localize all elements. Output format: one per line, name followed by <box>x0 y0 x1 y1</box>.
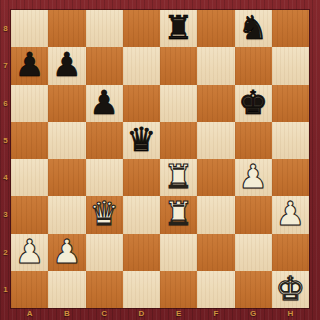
square-g7[interactable] <box>235 47 272 84</box>
file-label-e: E <box>160 307 197 320</box>
square-b5[interactable] <box>48 122 85 159</box>
square-f6[interactable] <box>197 85 234 122</box>
square-f8[interactable] <box>197 10 234 47</box>
rank-label-8: 8 <box>0 10 11 47</box>
square-b1[interactable] <box>48 271 85 308</box>
square-h6[interactable] <box>272 85 309 122</box>
square-h2[interactable] <box>272 234 309 271</box>
square-g5[interactable] <box>235 122 272 159</box>
square-h1[interactable]: ♚ <box>272 271 309 308</box>
square-b2[interactable]: ♟ <box>48 234 85 271</box>
square-e1[interactable] <box>160 271 197 308</box>
square-f7[interactable] <box>197 47 234 84</box>
file-label-d: D <box>123 307 160 320</box>
square-f2[interactable] <box>197 234 234 271</box>
square-c1[interactable] <box>86 271 123 308</box>
square-d6[interactable] <box>123 85 160 122</box>
square-a7[interactable]: ♟ <box>11 47 48 84</box>
square-f1[interactable] <box>197 271 234 308</box>
piece-white-pawn[interactable]: ♟ <box>52 235 82 268</box>
file-labels: ABCDEFGH <box>11 307 309 320</box>
piece-black-rook[interactable]: ♜ <box>164 11 194 44</box>
square-d8[interactable] <box>123 10 160 47</box>
square-d4[interactable] <box>123 159 160 196</box>
square-c4[interactable] <box>86 159 123 196</box>
piece-white-rook[interactable]: ♜ <box>164 160 194 193</box>
file-label-f: F <box>197 307 234 320</box>
square-c6[interactable]: ♟ <box>86 85 123 122</box>
piece-white-pawn[interactable]: ♟ <box>15 235 45 268</box>
piece-white-pawn[interactable]: ♟ <box>238 160 268 193</box>
square-e4[interactable]: ♜ <box>160 159 197 196</box>
square-a3[interactable] <box>11 196 48 233</box>
square-a5[interactable] <box>11 122 48 159</box>
square-e5[interactable] <box>160 122 197 159</box>
square-h8[interactable] <box>272 10 309 47</box>
piece-black-pawn[interactable]: ♟ <box>52 48 82 81</box>
piece-white-rook[interactable]: ♜ <box>164 197 194 230</box>
square-c7[interactable] <box>86 47 123 84</box>
file-label-c: C <box>86 307 123 320</box>
square-g3[interactable] <box>235 196 272 233</box>
square-f4[interactable] <box>197 159 234 196</box>
rank-label-2: 2 <box>0 234 11 271</box>
chess-board-frame: 87654321 ♜♞♟♟♟♚♛♜♟♛♜♟♟♟♚ ABCDEFGH <box>0 0 320 320</box>
file-label-h: H <box>272 307 309 320</box>
piece-black-pawn[interactable]: ♟ <box>89 86 119 119</box>
rank-label-5: 5 <box>0 122 11 159</box>
square-h4[interactable] <box>272 159 309 196</box>
square-c5[interactable] <box>86 122 123 159</box>
rank-label-1: 1 <box>0 271 11 308</box>
piece-black-pawn[interactable]: ♟ <box>15 48 45 81</box>
square-e8[interactable]: ♜ <box>160 10 197 47</box>
piece-white-king[interactable]: ♚ <box>276 272 306 305</box>
rank-label-3: 3 <box>0 196 11 233</box>
piece-white-pawn[interactable]: ♟ <box>276 197 306 230</box>
square-g4[interactable]: ♟ <box>235 159 272 196</box>
square-e2[interactable] <box>160 234 197 271</box>
square-a2[interactable]: ♟ <box>11 234 48 271</box>
rank-labels: 87654321 <box>0 10 11 308</box>
file-label-b: B <box>48 307 85 320</box>
square-b7[interactable]: ♟ <box>48 47 85 84</box>
square-b3[interactable] <box>48 196 85 233</box>
file-label-a: A <box>11 307 48 320</box>
square-g2[interactable] <box>235 234 272 271</box>
square-d1[interactable] <box>123 271 160 308</box>
square-e6[interactable] <box>160 85 197 122</box>
square-b6[interactable] <box>48 85 85 122</box>
square-c3[interactable]: ♛ <box>86 196 123 233</box>
rank-label-4: 4 <box>0 159 11 196</box>
piece-black-knight[interactable]: ♞ <box>238 11 268 44</box>
square-a4[interactable] <box>11 159 48 196</box>
square-h5[interactable] <box>272 122 309 159</box>
square-d5[interactable]: ♛ <box>123 122 160 159</box>
square-e7[interactable] <box>160 47 197 84</box>
piece-black-queen[interactable]: ♛ <box>127 123 157 156</box>
file-label-g: G <box>235 307 272 320</box>
square-f5[interactable] <box>197 122 234 159</box>
square-f3[interactable] <box>197 196 234 233</box>
piece-black-king[interactable]: ♚ <box>238 86 268 119</box>
square-h3[interactable]: ♟ <box>272 196 309 233</box>
square-e3[interactable]: ♜ <box>160 196 197 233</box>
piece-white-queen[interactable]: ♛ <box>89 197 119 230</box>
square-d3[interactable] <box>123 196 160 233</box>
rank-label-6: 6 <box>0 85 11 122</box>
square-a1[interactable] <box>11 271 48 308</box>
square-g1[interactable] <box>235 271 272 308</box>
square-d7[interactable] <box>123 47 160 84</box>
square-g8[interactable]: ♞ <box>235 10 272 47</box>
square-a6[interactable] <box>11 85 48 122</box>
square-b4[interactable] <box>48 159 85 196</box>
square-a8[interactable] <box>11 10 48 47</box>
square-c8[interactable] <box>86 10 123 47</box>
square-g6[interactable]: ♚ <box>235 85 272 122</box>
square-h7[interactable] <box>272 47 309 84</box>
square-c2[interactable] <box>86 234 123 271</box>
square-b8[interactable] <box>48 10 85 47</box>
chess-board: ♜♞♟♟♟♚♛♜♟♛♜♟♟♟♚ <box>11 10 309 308</box>
rank-label-7: 7 <box>0 47 11 84</box>
square-d2[interactable] <box>123 234 160 271</box>
